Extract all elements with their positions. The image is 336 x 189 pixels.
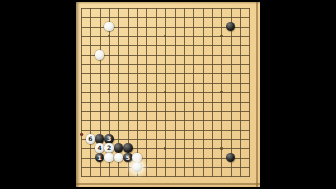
white-stone — [132, 153, 142, 163]
move-number-label: 5 — [126, 155, 130, 161]
grid-line-vertical — [231, 8, 232, 177]
grid-line-vertical — [212, 8, 213, 177]
go-board[interactable]: 634215 — [76, 2, 260, 187]
black-stone: 5 — [123, 153, 133, 163]
black-stone — [226, 153, 236, 163]
white-stone — [104, 22, 114, 32]
move-number-label: 6 — [88, 136, 92, 142]
grid-line-vertical — [240, 8, 241, 177]
move-number-label: 3 — [107, 136, 111, 142]
white-stone — [95, 50, 105, 60]
grid-line-horizontal — [81, 167, 250, 168]
star-point — [220, 147, 223, 150]
move-number-label: 2 — [107, 145, 111, 151]
star-point — [220, 35, 223, 38]
black-stone — [123, 143, 133, 153]
black-stone — [114, 143, 124, 153]
letterbox-right — [260, 0, 336, 189]
black-stone — [226, 22, 236, 32]
grid-line-vertical — [175, 8, 176, 177]
grid-line-vertical — [203, 8, 204, 177]
grid-line-horizontal — [81, 102, 250, 103]
grid-line-vertical — [193, 8, 194, 177]
letterbox-left — [0, 0, 76, 189]
white-stone: 4 — [95, 143, 105, 153]
white-stone: 2 — [104, 143, 114, 153]
white-stone: 6 — [86, 134, 96, 144]
black-stone — [95, 134, 105, 144]
white-stone — [114, 153, 124, 163]
grid-line-horizontal — [81, 111, 250, 112]
move-number-label: 4 — [98, 145, 102, 151]
board-edge-right — [256, 2, 258, 187]
board-edge-bottom — [76, 183, 260, 185]
grid-line-horizontal — [81, 130, 250, 131]
grid-line-horizontal — [81, 176, 250, 177]
move-number-label: 1 — [98, 155, 102, 161]
white-stone-highlighted — [132, 162, 142, 172]
black-stone: 1 — [95, 153, 105, 163]
white-stone — [104, 153, 114, 163]
grid-line-vertical — [249, 8, 250, 177]
grid-line-horizontal — [81, 120, 250, 121]
grid-line-vertical — [184, 8, 185, 177]
black-stone: 3 — [104, 134, 114, 144]
screen: 634215 — [0, 0, 336, 189]
